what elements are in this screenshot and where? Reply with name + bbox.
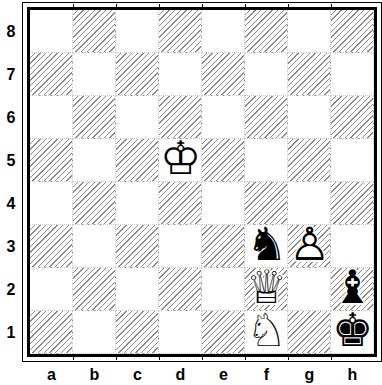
- square-b7[interactable]: [73, 53, 116, 96]
- square-b3[interactable]: [73, 225, 116, 268]
- white-king-glyph: ♔: [159, 137, 202, 180]
- rank-label-7: 7: [0, 53, 22, 96]
- rank-labels: 87654321: [0, 10, 22, 354]
- square-a4[interactable]: [30, 182, 73, 225]
- piece-white-knight[interactable]: ♞♘: [245, 311, 288, 354]
- square-c4[interactable]: [116, 182, 159, 225]
- square-g1[interactable]: [288, 311, 331, 354]
- square-d1[interactable]: [159, 311, 202, 354]
- square-b4[interactable]: [73, 182, 116, 225]
- square-b6[interactable]: [73, 96, 116, 139]
- file-label-g: g: [288, 364, 331, 385]
- file-label-a: a: [30, 364, 73, 385]
- rank-label-4: 4: [0, 182, 22, 225]
- chess-diagram: 87654321 ♚♔♞♞♟♙♛♕♝♝♞♘♚♚ abcdefgh: [0, 0, 382, 385]
- file-label-d: d: [159, 364, 202, 385]
- white-pawn-glyph: ♙: [288, 223, 331, 266]
- square-g8[interactable]: [288, 10, 331, 53]
- square-d2[interactable]: [159, 268, 202, 311]
- square-b5[interactable]: [73, 139, 116, 182]
- frame-tick: [159, 356, 160, 360]
- frame-tick: [202, 4, 203, 8]
- square-g3[interactable]: ♟♙: [288, 225, 331, 268]
- rank-label-1: 1: [0, 311, 22, 354]
- piece-white-pawn[interactable]: ♟♙: [288, 225, 331, 268]
- square-d8[interactable]: [159, 10, 202, 53]
- square-e4[interactable]: [202, 182, 245, 225]
- square-a1[interactable]: [30, 311, 73, 354]
- square-b1[interactable]: [73, 311, 116, 354]
- file-label-f: f: [245, 364, 288, 385]
- frame-tick: [288, 4, 289, 8]
- board-frame: ♚♔♞♞♟♙♛♕♝♝♞♘♚♚: [22, 2, 382, 362]
- square-a5[interactable]: [30, 139, 73, 182]
- square-h6[interactable]: [331, 96, 374, 139]
- frame-tick: [73, 4, 74, 8]
- square-f6[interactable]: [245, 96, 288, 139]
- square-d4[interactable]: [159, 182, 202, 225]
- file-label-b: b: [73, 364, 116, 385]
- square-e2[interactable]: [202, 268, 245, 311]
- piece-black-king[interactable]: ♚♚: [331, 311, 374, 354]
- square-e3[interactable]: [202, 225, 245, 268]
- square-h4[interactable]: [331, 182, 374, 225]
- square-d7[interactable]: [159, 53, 202, 96]
- square-e6[interactable]: [202, 96, 245, 139]
- square-a7[interactable]: [30, 53, 73, 96]
- square-h5[interactable]: [331, 139, 374, 182]
- square-e8[interactable]: [202, 10, 245, 53]
- square-c3[interactable]: [116, 225, 159, 268]
- rank-label-2: 2: [0, 268, 22, 311]
- square-h8[interactable]: [331, 10, 374, 53]
- square-g7[interactable]: [288, 53, 331, 96]
- square-c8[interactable]: [116, 10, 159, 53]
- frame-tick: [116, 4, 117, 8]
- square-g6[interactable]: [288, 96, 331, 139]
- square-h1[interactable]: ♚♚: [331, 311, 374, 354]
- chess-board: ♚♔♞♞♟♙♛♕♝♝♞♘♚♚: [30, 10, 374, 354]
- frame-tick: [331, 356, 332, 360]
- file-label-h: h: [331, 364, 374, 385]
- square-f5[interactable]: [245, 139, 288, 182]
- black-king-glyph: ♚: [331, 309, 374, 352]
- square-f7[interactable]: [245, 53, 288, 96]
- square-a3[interactable]: [30, 225, 73, 268]
- square-c5[interactable]: [116, 139, 159, 182]
- square-g2[interactable]: [288, 268, 331, 311]
- rank-label-6: 6: [0, 96, 22, 139]
- rank-label-8: 8: [0, 10, 22, 53]
- frame-tick: [159, 4, 160, 8]
- file-labels: abcdefgh: [30, 364, 374, 385]
- frame-tick: [116, 356, 117, 360]
- square-c2[interactable]: [116, 268, 159, 311]
- square-g5[interactable]: [288, 139, 331, 182]
- square-d5[interactable]: ♚♔: [159, 139, 202, 182]
- square-b2[interactable]: [73, 268, 116, 311]
- frame-tick: [288, 356, 289, 360]
- square-a6[interactable]: [30, 96, 73, 139]
- white-knight-glyph: ♘: [245, 309, 288, 352]
- frame-tick: [331, 4, 332, 8]
- frame-tick: [245, 356, 246, 360]
- square-e5[interactable]: [202, 139, 245, 182]
- square-a8[interactable]: [30, 10, 73, 53]
- square-d3[interactable]: [159, 225, 202, 268]
- square-c7[interactable]: [116, 53, 159, 96]
- square-e7[interactable]: [202, 53, 245, 96]
- square-h7[interactable]: [331, 53, 374, 96]
- frame-tick: [245, 4, 246, 8]
- square-c6[interactable]: [116, 96, 159, 139]
- square-e1[interactable]: [202, 311, 245, 354]
- rank-label-5: 5: [0, 139, 22, 182]
- square-c1[interactable]: [116, 311, 159, 354]
- frame-tick: [73, 356, 74, 360]
- file-label-c: c: [116, 364, 159, 385]
- rank-label-3: 3: [0, 225, 22, 268]
- square-b8[interactable]: [73, 10, 116, 53]
- frame-tick: [202, 356, 203, 360]
- square-a2[interactable]: [30, 268, 73, 311]
- piece-white-king[interactable]: ♚♔: [159, 139, 202, 182]
- square-f8[interactable]: [245, 10, 288, 53]
- file-label-e: e: [202, 364, 245, 385]
- square-f1[interactable]: ♞♘: [245, 311, 288, 354]
